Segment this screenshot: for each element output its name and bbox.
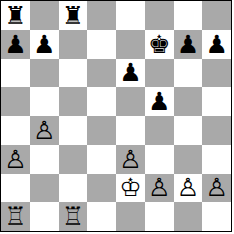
square-h5[interactable] xyxy=(202,87,231,116)
square-a7[interactable]: ♟ xyxy=(1,30,30,59)
square-f8[interactable] xyxy=(145,1,174,30)
square-c2[interactable] xyxy=(59,174,88,203)
square-b7[interactable]: ♟ xyxy=(30,30,59,59)
square-h1[interactable] xyxy=(202,202,231,231)
square-e6[interactable]: ♟ xyxy=(116,59,145,88)
square-h8[interactable] xyxy=(202,1,231,30)
square-f3[interactable] xyxy=(145,145,174,174)
square-c3[interactable] xyxy=(59,145,88,174)
square-g5[interactable] xyxy=(174,87,203,116)
square-d4[interactable] xyxy=(87,116,116,145)
square-h6[interactable] xyxy=(202,59,231,88)
piece-black-pawn[interactable]: ♟ xyxy=(33,32,55,57)
piece-black-pawn[interactable]: ♟ xyxy=(148,89,170,114)
square-a4[interactable] xyxy=(1,116,30,145)
square-e7[interactable] xyxy=(116,30,145,59)
square-d3[interactable] xyxy=(87,145,116,174)
piece-black-rook[interactable]: ♜ xyxy=(4,3,26,28)
square-c1[interactable]: ♖ xyxy=(59,202,88,231)
square-g1[interactable] xyxy=(174,202,203,231)
piece-white-pawn[interactable]: ♙ xyxy=(148,175,170,200)
square-e4[interactable] xyxy=(116,116,145,145)
piece-white-rook[interactable]: ♖ xyxy=(4,204,26,229)
square-c5[interactable] xyxy=(59,87,88,116)
square-a1[interactable]: ♖ xyxy=(1,202,30,231)
piece-white-pawn[interactable]: ♙ xyxy=(4,147,26,172)
square-c6[interactable] xyxy=(59,59,88,88)
square-f7[interactable]: ♚ xyxy=(145,30,174,59)
square-b8[interactable] xyxy=(30,1,59,30)
square-g3[interactable] xyxy=(174,145,203,174)
piece-black-pawn[interactable]: ♟ xyxy=(4,32,26,57)
square-c7[interactable] xyxy=(59,30,88,59)
square-d5[interactable] xyxy=(87,87,116,116)
square-e3[interactable]: ♙ xyxy=(116,145,145,174)
piece-white-pawn[interactable]: ♙ xyxy=(119,147,141,172)
square-g8[interactable] xyxy=(174,1,203,30)
square-b1[interactable] xyxy=(30,202,59,231)
piece-white-pawn[interactable]: ♙ xyxy=(33,118,55,143)
square-a2[interactable] xyxy=(1,174,30,203)
square-e1[interactable] xyxy=(116,202,145,231)
square-f2[interactable]: ♙ xyxy=(145,174,174,203)
square-d8[interactable] xyxy=(87,1,116,30)
piece-white-rook[interactable]: ♖ xyxy=(62,204,84,229)
square-e8[interactable] xyxy=(116,1,145,30)
piece-black-king[interactable]: ♚ xyxy=(148,32,170,57)
square-b6[interactable] xyxy=(30,59,59,88)
square-f6[interactable] xyxy=(145,59,174,88)
piece-white-king[interactable]: ♔ xyxy=(119,175,141,200)
chess-board: ♜♜♟♟♚♟♟♟♟♙♙♙♔♙♙♙♖♖ xyxy=(0,0,232,232)
square-h7[interactable]: ♟ xyxy=(202,30,231,59)
square-b3[interactable] xyxy=(30,145,59,174)
square-f1[interactable] xyxy=(145,202,174,231)
piece-white-pawn[interactable]: ♙ xyxy=(205,175,227,200)
square-a8[interactable]: ♜ xyxy=(1,1,30,30)
piece-black-pawn[interactable]: ♟ xyxy=(177,32,199,57)
square-d1[interactable] xyxy=(87,202,116,231)
square-a3[interactable]: ♙ xyxy=(1,145,30,174)
square-a5[interactable] xyxy=(1,87,30,116)
piece-white-pawn[interactable]: ♙ xyxy=(177,175,199,200)
square-d2[interactable] xyxy=(87,174,116,203)
square-h2[interactable]: ♙ xyxy=(202,174,231,203)
square-h4[interactable] xyxy=(202,116,231,145)
square-f4[interactable] xyxy=(145,116,174,145)
chess-diagram: ♜♜♟♟♚♟♟♟♟♙♙♙♔♙♙♙♖♖ xyxy=(0,0,234,234)
square-d6[interactable] xyxy=(87,59,116,88)
square-f5[interactable]: ♟ xyxy=(145,87,174,116)
square-c4[interactable] xyxy=(59,116,88,145)
square-e2[interactable]: ♔ xyxy=(116,174,145,203)
square-h3[interactable] xyxy=(202,145,231,174)
square-g7[interactable]: ♟ xyxy=(174,30,203,59)
square-a6[interactable] xyxy=(1,59,30,88)
square-b5[interactable] xyxy=(30,87,59,116)
piece-black-rook[interactable]: ♜ xyxy=(62,3,84,28)
piece-black-pawn[interactable]: ♟ xyxy=(119,60,141,85)
square-g4[interactable] xyxy=(174,116,203,145)
square-b2[interactable] xyxy=(30,174,59,203)
square-g6[interactable] xyxy=(174,59,203,88)
square-d7[interactable] xyxy=(87,30,116,59)
piece-black-pawn[interactable]: ♟ xyxy=(205,32,227,57)
square-g2[interactable]: ♙ xyxy=(174,174,203,203)
square-c8[interactable]: ♜ xyxy=(59,1,88,30)
square-b4[interactable]: ♙ xyxy=(30,116,59,145)
square-e5[interactable] xyxy=(116,87,145,116)
